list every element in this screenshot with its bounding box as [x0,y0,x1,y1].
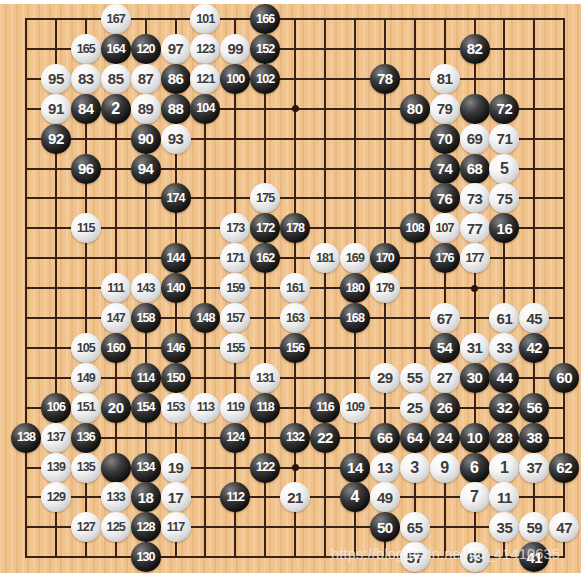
stone-move-55: 55 [400,363,430,393]
stone-move-91: 91 [41,94,71,124]
stone-handicap [460,94,490,124]
stone-move-149: 149 [71,363,101,393]
stone-move-131: 131 [250,363,280,393]
stone-move-99: 99 [220,34,250,64]
stone-move-129: 129 [41,482,71,512]
stone-move-61: 61 [489,303,519,333]
stone-move-4: 4 [340,482,370,512]
stone-move-114: 114 [131,363,161,393]
stone-move-137: 137 [41,423,71,453]
stone-move-56: 56 [519,393,549,423]
stone-move-170: 170 [370,243,400,273]
grid-line-vertical [324,18,326,558]
stone-move-100: 100 [220,64,250,94]
stone-move-144: 144 [161,243,191,273]
stone-move-73: 73 [460,183,490,213]
stone-move-176: 176 [430,243,460,273]
stone-move-159: 159 [220,273,250,303]
stone-move-30: 30 [460,363,490,393]
stone-move-111: 111 [101,273,131,303]
stone-move-140: 140 [161,273,191,303]
stone-move-26: 26 [430,393,460,423]
stone-move-120: 120 [131,34,161,64]
stone-move-38: 38 [519,423,549,453]
stone-move-20: 20 [101,393,131,423]
stone-move-158: 158 [131,303,161,333]
stone-move-32: 32 [489,393,519,423]
stone-move-179: 179 [370,273,400,303]
stone-move-177: 177 [460,243,490,273]
stone-move-146: 146 [161,333,191,363]
stone-move-29: 29 [370,363,400,393]
stone-move-92: 92 [41,124,71,154]
stone-move-19: 19 [161,453,191,483]
stone-move-164: 164 [101,34,131,64]
stone-move-97: 97 [161,34,191,64]
stone-move-101: 101 [190,4,220,34]
stone-move-172: 172 [250,213,280,243]
stone-move-67: 67 [430,303,460,333]
stone-move-96: 96 [71,154,101,184]
stone-move-107: 107 [430,213,460,243]
stone-move-178: 178 [280,213,310,243]
stone-move-95: 95 [41,64,71,94]
stone-move-181: 181 [310,243,340,273]
stone-move-166: 166 [250,4,280,34]
stone-move-153: 153 [161,393,191,423]
stone-move-65: 65 [400,512,430,542]
stone-move-49: 49 [370,482,400,512]
stone-move-115: 115 [71,213,101,243]
stone-move-84: 84 [71,94,101,124]
stone-move-127: 127 [71,512,101,542]
stone-move-151: 151 [71,393,101,423]
stone-move-155: 155 [220,333,250,363]
stone-move-25: 25 [400,393,430,423]
stone-move-54: 54 [430,333,460,363]
stone-move-9: 9 [430,453,460,483]
star-point [471,285,478,292]
stone-move-42: 42 [519,333,549,363]
stone-move-74: 74 [430,154,460,184]
stone-move-83: 83 [71,64,101,94]
stone-move-64: 64 [400,423,430,453]
stone-move-117: 117 [161,512,191,542]
stone-move-71: 71 [489,124,519,154]
stone-move-70: 70 [430,124,460,154]
stone-move-161: 161 [280,273,310,303]
stone-move-85: 85 [101,64,131,94]
stone-move-57: 57 [400,542,430,572]
stone-move-147: 147 [101,303,131,333]
stone-move-6: 6 [460,453,490,483]
stone-move-124: 124 [220,423,250,453]
stone-move-75: 75 [489,183,519,213]
stone-move-90: 90 [131,124,161,154]
stone-move-180: 180 [340,273,370,303]
stone-move-47: 47 [549,512,579,542]
stone-move-116: 116 [310,393,340,423]
stone-move-162: 162 [250,243,280,273]
stone-move-128: 128 [131,512,161,542]
stone-move-168: 168 [340,303,370,333]
stone-move-157: 157 [220,303,250,333]
stone-move-17: 17 [161,482,191,512]
stone-move-18: 18 [131,482,161,512]
stone-move-109: 109 [340,393,370,423]
stone-move-79: 79 [430,94,460,124]
stone-move-121: 121 [190,64,220,94]
stone-move-16: 16 [489,213,519,243]
stone-move-136: 136 [71,423,101,453]
stone-move-13: 13 [370,453,400,483]
stone-move-89: 89 [131,94,161,124]
stone-move-14: 14 [340,453,370,483]
stone-move-5: 5 [489,154,519,184]
stone-move-31: 31 [460,333,490,363]
stone-move-113: 113 [190,393,220,423]
stone-move-76: 76 [430,183,460,213]
stone-move-37: 37 [519,453,549,483]
stone-move-148: 148 [190,303,220,333]
stone-move-112: 112 [220,482,250,512]
stone-move-93: 93 [161,124,191,154]
stone-move-82: 82 [460,34,490,64]
stone-move-2: 2 [101,94,131,124]
stone-move-66: 66 [370,423,400,453]
stone-move-44: 44 [489,363,519,393]
stone-move-3: 3 [400,453,430,483]
stone-move-77: 77 [460,213,490,243]
stone-move-175: 175 [250,183,280,213]
stone-move-69: 69 [460,124,490,154]
stone-move-21: 21 [280,482,310,512]
stone-move-102: 102 [250,64,280,94]
stone-move-174: 174 [161,183,191,213]
star-point [292,105,299,112]
stone-move-1: 1 [489,453,519,483]
stone-move-105: 105 [71,333,101,363]
stone-move-35: 35 [489,512,519,542]
stone-move-163: 163 [280,303,310,333]
stone-move-88: 88 [161,94,191,124]
stone-move-143: 143 [131,273,161,303]
stone-move-11: 11 [489,482,519,512]
stone-move-10: 10 [460,423,490,453]
stone-move-134: 134 [131,453,161,483]
stone-move-7: 7 [460,482,490,512]
stone-move-27: 27 [430,363,460,393]
stone-move-106: 106 [41,393,71,423]
stone-move-130: 130 [131,542,161,572]
stone-move-22: 22 [310,423,340,453]
stone-move-68: 68 [460,154,490,184]
stone-move-59: 59 [519,512,549,542]
star-point [292,464,299,471]
stone-move-119: 119 [220,393,250,423]
stone-move-87: 87 [131,64,161,94]
stone-move-165: 165 [71,34,101,64]
stone-move-167: 167 [101,4,131,34]
stone-move-94: 94 [131,154,161,184]
stone-move-33: 33 [489,333,519,363]
stone-move-133: 133 [101,482,131,512]
go-board: 1671011661651641209712399152829583858786… [0,4,581,573]
stone-move-78: 78 [370,64,400,94]
stone-move-108: 108 [400,213,430,243]
stone-move-125: 125 [101,512,131,542]
stone-move-173: 173 [220,213,250,243]
page: 1671011661651641209712399152829583858786… [0,0,587,576]
stone-move-86: 86 [161,64,191,94]
stone-move-62: 62 [549,453,579,483]
stone-move-132: 132 [280,423,310,453]
stone-move-123: 123 [190,34,220,64]
stone-move-28: 28 [489,423,519,453]
stone-move-24: 24 [430,423,460,453]
stone-move-150: 150 [161,363,191,393]
stone-move-81: 81 [430,64,460,94]
stone-move-135: 135 [71,453,101,483]
stone-move-60: 60 [549,363,579,393]
stone-move-160: 160 [101,333,131,363]
stone-move-169: 169 [340,243,370,273]
stone-move-104: 104 [190,94,220,124]
stone-move-72: 72 [489,94,519,124]
stone-move-45: 45 [519,303,549,333]
stone-move-139: 139 [41,453,71,483]
stone-move-118: 118 [250,393,280,423]
stone-move-152: 152 [250,34,280,64]
stone-move-138: 138 [11,423,41,453]
stone-move-50: 50 [370,512,400,542]
stone-move-41: 41 [519,542,549,572]
stone-move-122: 122 [250,453,280,483]
stone-move-80: 80 [400,94,430,124]
stone-move-156: 156 [280,333,310,363]
stone-move-154: 154 [131,393,161,423]
stone-move-63: 63 [460,542,490,572]
stone-move-171: 171 [220,243,250,273]
stone-handicap [101,453,131,483]
